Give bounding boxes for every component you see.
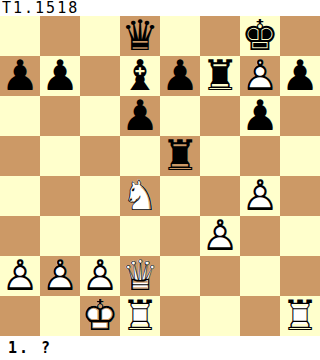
piece-white-rook: ♜♖ xyxy=(120,296,160,336)
square-e3[interactable] xyxy=(160,216,200,256)
square-e2[interactable] xyxy=(160,256,200,296)
puzzle-title: T1.1518 xyxy=(0,0,320,16)
square-g4[interactable]: ♟♙ xyxy=(240,176,280,216)
piece-white-rook: ♜♖ xyxy=(280,296,320,336)
square-c2[interactable]: ♟♙ xyxy=(80,256,120,296)
piece-black-rook: ♜ xyxy=(200,56,240,96)
piece-black-pawn: ♟ xyxy=(120,96,160,136)
square-g8[interactable]: ♚ xyxy=(240,16,280,56)
square-c7[interactable] xyxy=(80,56,120,96)
square-b1[interactable] xyxy=(40,296,80,336)
square-b7[interactable]: ♟ xyxy=(40,56,80,96)
piece-white-pawn: ♟♙ xyxy=(40,256,80,296)
square-c5[interactable] xyxy=(80,136,120,176)
chess-puzzle-app: T1.1518 ♛♚♟♟♝♟♜♟♙♟♟♟♜♞♘♟♙♟♙♟♙♟♙♟♙♛♕♚♔♜♖♜… xyxy=(0,0,320,360)
square-c3[interactable] xyxy=(80,216,120,256)
square-b2[interactable]: ♟♙ xyxy=(40,256,80,296)
square-c6[interactable] xyxy=(80,96,120,136)
square-a7[interactable]: ♟ xyxy=(0,56,40,96)
square-b6[interactable] xyxy=(40,96,80,136)
square-d3[interactable] xyxy=(120,216,160,256)
move-prompt: 1. ? xyxy=(0,336,320,360)
piece-black-king: ♚ xyxy=(240,16,280,56)
square-e5[interactable]: ♜ xyxy=(160,136,200,176)
square-f8[interactable] xyxy=(200,16,240,56)
square-e1[interactable] xyxy=(160,296,200,336)
square-f6[interactable] xyxy=(200,96,240,136)
piece-white-pawn: ♟♙ xyxy=(80,256,120,296)
square-d5[interactable] xyxy=(120,136,160,176)
square-f1[interactable] xyxy=(200,296,240,336)
square-c8[interactable] xyxy=(80,16,120,56)
piece-white-pawn: ♟♙ xyxy=(0,256,40,296)
square-g3[interactable] xyxy=(240,216,280,256)
piece-black-pawn: ♟ xyxy=(160,56,200,96)
piece-white-knight: ♞♘ xyxy=(120,176,160,216)
piece-white-pawn: ♟♙ xyxy=(240,176,280,216)
square-a5[interactable] xyxy=(0,136,40,176)
piece-white-pawn: ♟♙ xyxy=(200,216,240,256)
square-b8[interactable] xyxy=(40,16,80,56)
square-a1[interactable] xyxy=(0,296,40,336)
square-c1[interactable]: ♚♔ xyxy=(80,296,120,336)
square-a6[interactable] xyxy=(0,96,40,136)
square-b4[interactable] xyxy=(40,176,80,216)
square-f3[interactable]: ♟♙ xyxy=(200,216,240,256)
piece-white-pawn: ♟♙ xyxy=(240,56,280,96)
square-f2[interactable] xyxy=(200,256,240,296)
square-d2[interactable]: ♛♕ xyxy=(120,256,160,296)
square-h2[interactable] xyxy=(280,256,320,296)
piece-white-queen: ♛♕ xyxy=(120,256,160,296)
square-d1[interactable]: ♜♖ xyxy=(120,296,160,336)
square-a2[interactable]: ♟♙ xyxy=(0,256,40,296)
square-h3[interactable] xyxy=(280,216,320,256)
square-h4[interactable] xyxy=(280,176,320,216)
square-e6[interactable] xyxy=(160,96,200,136)
piece-black-pawn: ♟ xyxy=(40,56,80,96)
square-g1[interactable] xyxy=(240,296,280,336)
piece-black-pawn: ♟ xyxy=(280,56,320,96)
chess-board: ♛♚♟♟♝♟♜♟♙♟♟♟♜♞♘♟♙♟♙♟♙♟♙♟♙♛♕♚♔♜♖♜♖ xyxy=(0,16,320,336)
piece-black-queen: ♛ xyxy=(120,16,160,56)
square-d7[interactable]: ♝ xyxy=(120,56,160,96)
square-g5[interactable] xyxy=(240,136,280,176)
square-e8[interactable] xyxy=(160,16,200,56)
square-h5[interactable] xyxy=(280,136,320,176)
square-h8[interactable] xyxy=(280,16,320,56)
square-f7[interactable]: ♜ xyxy=(200,56,240,96)
square-b5[interactable] xyxy=(40,136,80,176)
piece-black-pawn: ♟ xyxy=(240,96,280,136)
piece-white-king: ♚♔ xyxy=(80,296,120,336)
square-a8[interactable] xyxy=(0,16,40,56)
piece-black-rook: ♜ xyxy=(160,136,200,176)
square-d8[interactable]: ♛ xyxy=(120,16,160,56)
square-h1[interactable]: ♜♖ xyxy=(280,296,320,336)
square-g6[interactable]: ♟ xyxy=(240,96,280,136)
square-b3[interactable] xyxy=(40,216,80,256)
square-d4[interactable]: ♞♘ xyxy=(120,176,160,216)
square-c4[interactable] xyxy=(80,176,120,216)
square-f5[interactable] xyxy=(200,136,240,176)
square-d6[interactable]: ♟ xyxy=(120,96,160,136)
square-a4[interactable] xyxy=(0,176,40,216)
square-a3[interactable] xyxy=(0,216,40,256)
square-g7[interactable]: ♟♙ xyxy=(240,56,280,96)
square-e7[interactable]: ♟ xyxy=(160,56,200,96)
square-h6[interactable] xyxy=(280,96,320,136)
square-h7[interactable]: ♟ xyxy=(280,56,320,96)
square-g2[interactable] xyxy=(240,256,280,296)
piece-black-pawn: ♟ xyxy=(0,56,40,96)
piece-black-bishop: ♝ xyxy=(120,56,160,96)
square-f4[interactable] xyxy=(200,176,240,216)
square-e4[interactable] xyxy=(160,176,200,216)
